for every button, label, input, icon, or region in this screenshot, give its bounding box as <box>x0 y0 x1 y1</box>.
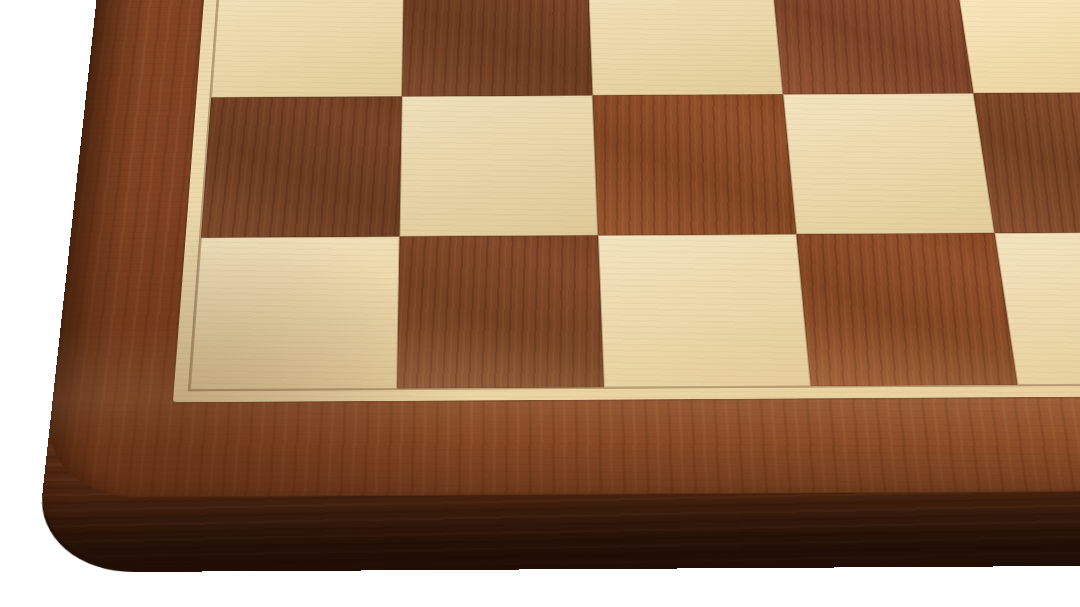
square-c0r6 <box>201 96 402 237</box>
square-c3r6 <box>783 93 995 234</box>
square-c2r7 <box>598 234 811 387</box>
square-c3r5 <box>771 0 974 94</box>
chess-board <box>42 0 1080 498</box>
square-c2r6 <box>593 94 797 235</box>
square-c2r5 <box>587 0 783 95</box>
square-c0r5 <box>211 0 404 98</box>
square-c4r5 <box>954 0 1080 93</box>
board-frame <box>42 0 1080 498</box>
maple-border-strip <box>173 0 1080 402</box>
square-c1r6 <box>400 95 598 236</box>
square-c3r7 <box>796 233 1017 386</box>
playing-field <box>190 0 1080 390</box>
photo-stage <box>0 0 1080 607</box>
square-c1r7 <box>397 235 604 388</box>
square-c0r7 <box>190 237 400 390</box>
square-c1r5 <box>402 0 593 96</box>
